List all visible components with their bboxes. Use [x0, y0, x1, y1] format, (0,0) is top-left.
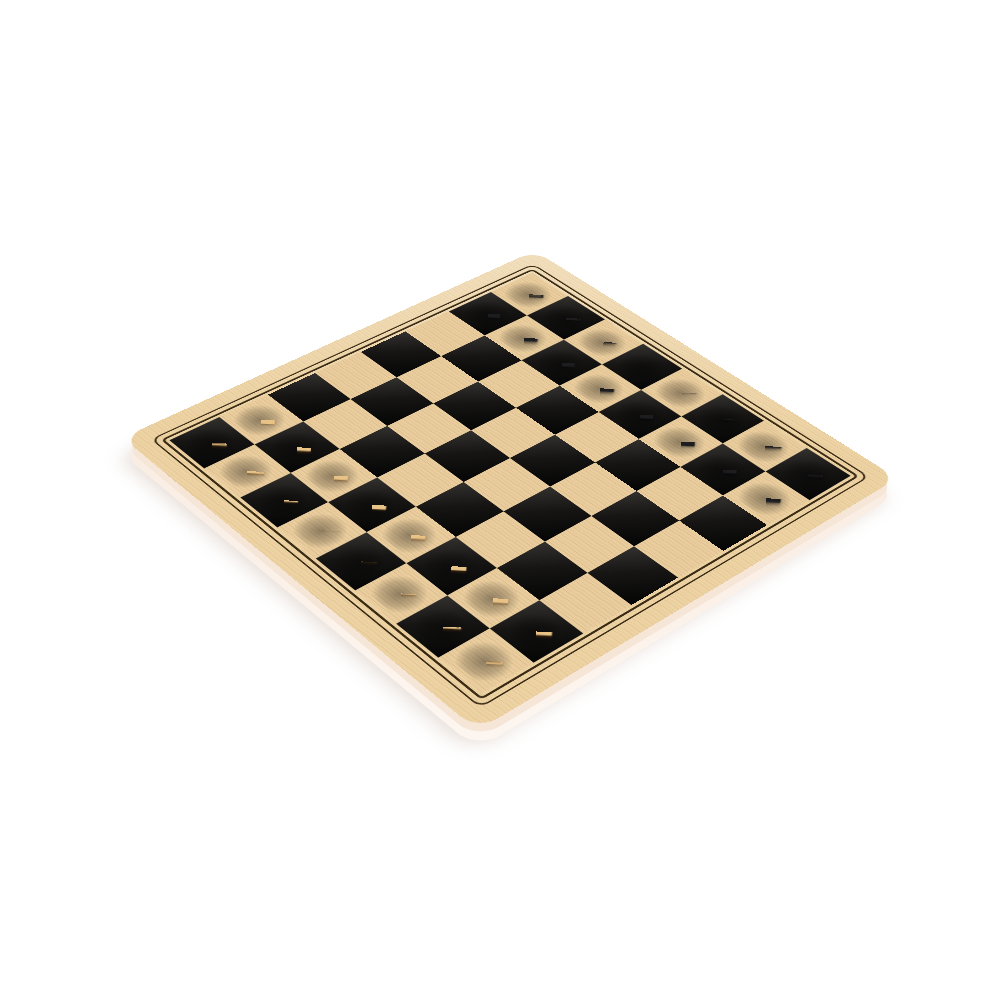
perspective-wrapper: ♜♞♝♚♛♝♞♜♟♟♟♟♟♟♟♟♟♟♟♟♟♟♟♟♜♞♝♚♛♝♞♜: [207, 155, 812, 760]
chess-set-photo: ♜♞♝♚♛♝♞♜♟♟♟♟♟♟♟♟♟♟♟♟♟♟♟♟♜♞♝♚♛♝♞♜: [207, 155, 812, 760]
board-top-face: ♜♞♝♚♛♝♞♜♟♟♟♟♟♟♟♟♟♟♟♟♟♟♟♟♜♞♝♚♛♝♞♜: [122, 251, 897, 731]
chess-board: ♜♞♝♚♛♝♞♜♟♟♟♟♟♟♟♟♟♟♟♟♟♟♟♟♜♞♝♚♛♝♞♜: [122, 251, 897, 731]
playing-field: ♜♞♝♚♛♝♞♜♟♟♟♟♟♟♟♟♟♟♟♟♟♟♟♟♜♞♝♚♛♝♞♜: [169, 273, 850, 693]
